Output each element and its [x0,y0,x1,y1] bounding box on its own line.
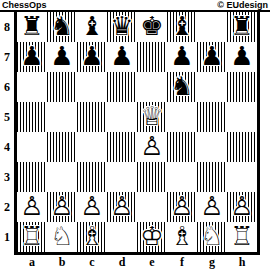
square-e1[interactable]: ♚♔ [137,222,167,252]
black-bishop: ♝ [167,12,197,42]
white-rook: ♖ [17,222,47,252]
square-b1[interactable]: ♞♘ [47,222,77,252]
white-pawn: ♙ [17,192,47,222]
square-a4[interactable] [17,132,47,162]
square-f7[interactable]: ♟ [167,42,197,72]
square-a2[interactable]: ♟♙ [17,192,47,222]
square-a8[interactable]: ♜ [17,12,47,42]
square-g6[interactable] [197,72,227,102]
square-b2[interactable]: ♟♙ [47,192,77,222]
square-h2[interactable]: ♟♙ [227,192,257,222]
rank-label-5: 5 [0,102,14,132]
square-b3[interactable] [47,162,77,192]
white-pawn: ♙ [227,192,257,222]
square-b7[interactable]: ♟ [47,42,77,72]
square-a6[interactable] [17,72,47,102]
square-e4[interactable]: ♟♙ [137,132,167,162]
square-a7[interactable]: ♟ [17,42,47,72]
app-title: ChessOps [2,0,47,10]
white-king: ♔ [137,222,167,252]
white-pawn: ♙ [47,192,77,222]
rank-label-8: 8 [0,12,14,42]
black-knight: ♞ [47,12,77,42]
white-queen: ♕ [137,102,167,132]
square-f2[interactable]: ♟♙ [167,192,197,222]
square-a5[interactable] [17,102,47,132]
black-rook: ♜ [17,12,47,42]
square-e6[interactable] [137,72,167,102]
square-h4[interactable] [227,132,257,162]
file-labels: abcdefgh [17,255,257,269]
square-d8[interactable]: ♛ [107,12,137,42]
square-b5[interactable] [47,102,77,132]
square-c7[interactable]: ♟ [77,42,107,72]
square-a1[interactable]: ♜♖ [17,222,47,252]
square-d5[interactable] [107,102,137,132]
square-e8[interactable]: ♚ [137,12,167,42]
square-f8[interactable]: ♝ [167,12,197,42]
square-d6[interactable] [107,72,137,102]
white-knight: ♘ [197,222,227,252]
square-c8[interactable]: ♝ [77,12,107,42]
file-label-g: g [197,255,227,269]
file-label-a: a [17,255,47,269]
chess-board: ♜♞♝♛♚♝♜♟♟♟♟♟♟♟♞♛♕♟♙♟♙♟♙♟♙♟♙♟♙♟♙♟♙♜♖♞♘♝♗♚… [17,12,257,252]
square-f5[interactable] [167,102,197,132]
board-frame: ♜♞♝♛♚♝♜♟♟♟♟♟♟♟♞♛♕♟♙♟♙♟♙♟♙♟♙♟♙♟♙♟♙♜♖♞♘♝♗♚… [14,12,260,255]
square-f3[interactable] [167,162,197,192]
black-pawn: ♟ [167,42,197,72]
square-b8[interactable]: ♞ [47,12,77,42]
file-label-f: f [167,255,197,269]
rank-labels: 87654321 [0,12,14,255]
black-pawn: ♟ [17,42,47,72]
square-h7[interactable]: ♟ [227,42,257,72]
white-pawn: ♙ [167,192,197,222]
black-knight: ♞ [167,72,197,102]
square-h6[interactable] [227,72,257,102]
square-e3[interactable] [137,162,167,192]
square-g3[interactable] [197,162,227,192]
square-h1[interactable]: ♜♖ [227,222,257,252]
square-d2[interactable]: ♟♙ [107,192,137,222]
square-f1[interactable]: ♝♗ [167,222,197,252]
board-area: 87654321 ♜♞♝♛♚♝♜♟♟♟♟♟♟♟♞♛♕♟♙♟♙♟♙♟♙♟♙♟♙♟♙… [0,12,270,255]
white-pawn: ♙ [197,192,227,222]
square-e5[interactable]: ♛♕ [137,102,167,132]
white-pawn: ♙ [137,132,167,162]
black-queen: ♛ [107,12,137,42]
black-pawn: ♟ [47,42,77,72]
rank-label-4: 4 [0,132,14,162]
square-d3[interactable] [107,162,137,192]
square-g5[interactable] [197,102,227,132]
black-pawn: ♟ [107,42,137,72]
black-pawn: ♟ [227,42,257,72]
file-label-d: d [107,255,137,269]
square-b6[interactable] [47,72,77,102]
file-label-e: e [137,255,167,269]
square-a3[interactable] [17,162,47,192]
white-bishop: ♗ [167,222,197,252]
square-g1[interactable]: ♞♘ [197,222,227,252]
square-b4[interactable] [47,132,77,162]
square-h5[interactable] [227,102,257,132]
black-pawn: ♟ [77,42,107,72]
rank-label-3: 3 [0,162,14,192]
square-g7[interactable]: ♟ [197,42,227,72]
white-knight: ♘ [47,222,77,252]
rank-label-6: 6 [0,72,14,102]
square-c6[interactable] [77,72,107,102]
white-rook: ♖ [227,222,257,252]
square-e2[interactable] [137,192,167,222]
file-label-h: h [227,255,257,269]
copyright: © EUdesign [217,0,268,10]
square-c2[interactable]: ♟♙ [77,192,107,222]
square-c5[interactable] [77,102,107,132]
rank-label-1: 1 [0,222,14,252]
square-h3[interactable] [227,162,257,192]
file-label-b: b [47,255,77,269]
square-d1[interactable] [107,222,137,252]
square-c3[interactable] [77,162,107,192]
white-pawn: ♙ [77,192,107,222]
rank-label-7: 7 [0,42,14,72]
square-g2[interactable]: ♟♙ [197,192,227,222]
file-label-c: c [77,255,107,269]
black-pawn: ♟ [197,42,227,72]
chessops-diagram: ChessOps © EUdesign 87654321 ♜♞♝♛♚♝♜♟♟♟♟… [0,0,270,270]
square-f6[interactable]: ♞ [167,72,197,102]
black-rook: ♜ [227,12,257,42]
square-f4[interactable] [167,132,197,162]
square-d7[interactable]: ♟ [107,42,137,72]
square-c1[interactable]: ♝♗ [77,222,107,252]
square-e7[interactable] [137,42,167,72]
square-g4[interactable] [197,132,227,162]
white-pawn: ♙ [107,192,137,222]
square-d4[interactable] [107,132,137,162]
black-king: ♚ [137,12,167,42]
square-g8[interactable] [197,12,227,42]
square-c4[interactable] [77,132,107,162]
square-h8[interactable]: ♜ [227,12,257,42]
rank-label-2: 2 [0,192,14,222]
white-bishop: ♗ [77,222,107,252]
black-bishop: ♝ [77,12,107,42]
